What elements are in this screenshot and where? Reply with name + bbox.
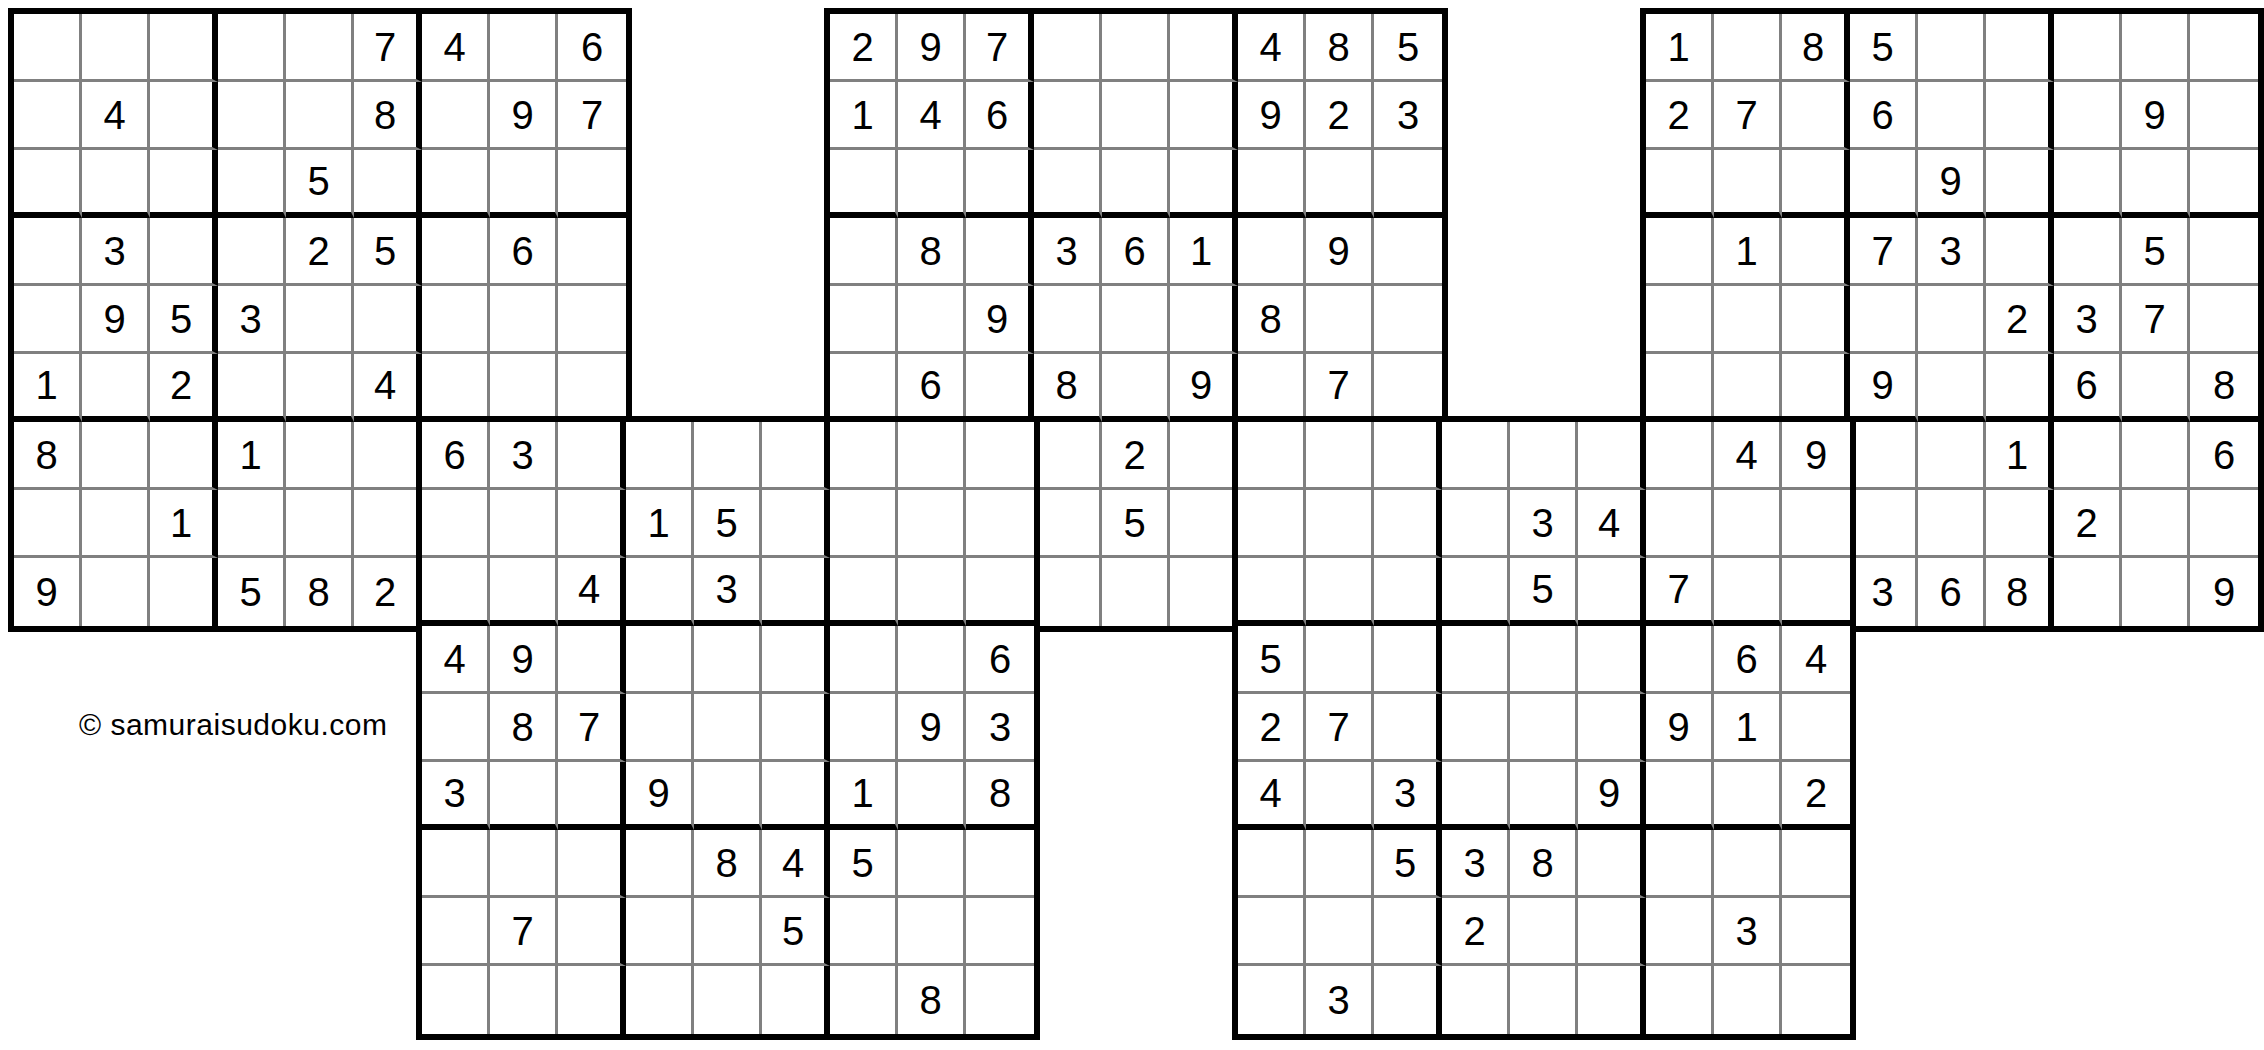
cell-bottom-right-r1c7[interactable]	[1714, 490, 1782, 558]
cell-bottom-left-r6c2[interactable]	[558, 830, 626, 898]
cell-top-middle-r4c1[interactable]	[898, 286, 966, 354]
cell-top-left-r1c0[interactable]	[14, 82, 82, 150]
cell-bottom-right-r4c7: 1	[1714, 694, 1782, 762]
cell-top-right-r5c5[interactable]	[1986, 354, 2054, 422]
cell-bottom-left-r1c6[interactable]	[830, 490, 898, 558]
cell-bottom-left-r5c3: 9	[626, 762, 694, 830]
cell-top-left-r3c6[interactable]	[422, 218, 490, 286]
cell-bottom-right-r1c1[interactable]	[1306, 490, 1374, 558]
cell-bottom-right-r8c2[interactable]	[1374, 966, 1442, 1034]
cell-top-left-r0c0[interactable]	[14, 14, 82, 82]
cell-bottom-left-r8c5[interactable]	[762, 966, 830, 1034]
cell-bottom-left-r5c2[interactable]	[558, 762, 626, 830]
cell-top-left-r5c6[interactable]	[422, 354, 490, 422]
cell-bottom-left-r1c7[interactable]	[898, 490, 966, 558]
cell-bottom-right-r0c3[interactable]	[1442, 422, 1510, 490]
cell-top-middle-r2c0[interactable]	[830, 150, 898, 218]
cell-top-left-r6c2[interactable]	[150, 422, 218, 490]
cell-bottom-right-r6c6[interactable]	[1646, 830, 1714, 898]
cell-top-left-r2c2[interactable]	[150, 150, 218, 218]
cell-bottom-right-r8c5[interactable]	[1578, 966, 1646, 1034]
cell-bottom-right-r1c3[interactable]	[1442, 490, 1510, 558]
cell-bottom-left-r4c1: 8	[490, 694, 558, 762]
cell-top-middle-r3c1: 8	[898, 218, 966, 286]
cell-bottom-left-r8c1[interactable]	[490, 966, 558, 1034]
cell-top-right-r0c4[interactable]	[1918, 14, 1986, 82]
cell-bottom-right-r4c2[interactable]	[1374, 694, 1442, 762]
cell-top-right-r6c6[interactable]	[2054, 422, 2122, 490]
cell-top-right-r3c8[interactable]	[2190, 218, 2258, 286]
cell-top-right-r0c0: 1	[1646, 14, 1714, 82]
cell-top-right-r2c5[interactable]	[1986, 150, 2054, 218]
cell-bottom-left-r5c1[interactable]	[490, 762, 558, 830]
cell-bottom-right-r2c1[interactable]	[1306, 558, 1374, 626]
cell-bottom-left-r6c0[interactable]	[422, 830, 490, 898]
cell-bottom-left-r7c4[interactable]	[694, 898, 762, 966]
cell-bottom-left-r3c2[interactable]	[558, 626, 626, 694]
cell-bottom-right-r0c5[interactable]	[1578, 422, 1646, 490]
cell-bottom-right-r5c1[interactable]	[1306, 762, 1374, 830]
cell-top-middle-r1c7: 2	[1306, 82, 1374, 150]
cell-top-middle-r1c3[interactable]	[1034, 82, 1102, 150]
cell-top-right-r5c0[interactable]	[1646, 354, 1714, 422]
cell-bottom-left-r4c0[interactable]	[422, 694, 490, 762]
cell-bottom-left-r2c1[interactable]	[490, 558, 558, 626]
cell-bottom-right-r4c8[interactable]	[1782, 694, 1850, 762]
cell-bottom-left-r4c7: 9	[898, 694, 966, 762]
cell-top-left-r3c0[interactable]	[14, 218, 82, 286]
cell-top-right-r6c5: 1	[1986, 422, 2054, 490]
cell-top-left-r5c7[interactable]	[490, 354, 558, 422]
cell-bottom-right-r4c3[interactable]	[1442, 694, 1510, 762]
cell-top-right-r7c5[interactable]	[1986, 490, 2054, 558]
cell-top-right-r1c5[interactable]	[1986, 82, 2054, 150]
cell-bottom-right-r3c4[interactable]	[1510, 626, 1578, 694]
cell-bottom-left-r0c1: 3	[490, 422, 558, 490]
cell-bottom-left-r8c8[interactable]	[966, 966, 1034, 1034]
cell-top-middle-r3c5: 1	[1170, 218, 1238, 286]
cell-bottom-left-r1c2[interactable]	[558, 490, 626, 558]
cell-top-left-r0c7[interactable]	[490, 14, 558, 82]
cell-top-right-r0c8[interactable]	[2190, 14, 2258, 82]
cell-top-middle-r4c4[interactable]	[1102, 286, 1170, 354]
cell-top-middle-r0c1: 9	[898, 14, 966, 82]
cell-top-middle-r2c2[interactable]	[966, 150, 1034, 218]
cell-bottom-right-r7c6[interactable]	[1646, 898, 1714, 966]
cell-bottom-right-r3c8: 4	[1782, 626, 1850, 694]
cell-bottom-left-r2c3[interactable]	[626, 558, 694, 626]
cell-bottom-left-r4c3[interactable]	[626, 694, 694, 762]
cell-bottom-right-r5c6[interactable]	[1646, 762, 1714, 830]
cell-top-middle-r0c5[interactable]	[1170, 14, 1238, 82]
cell-top-middle-r2c4[interactable]	[1102, 150, 1170, 218]
cell-top-right-r4c2[interactable]	[1782, 286, 1850, 354]
cell-top-left-r2c7[interactable]	[490, 150, 558, 218]
cell-top-middle-r5c2[interactable]	[966, 354, 1034, 422]
cell-bottom-right-r5c5: 9	[1578, 762, 1646, 830]
cell-top-right-r8c7[interactable]	[2122, 558, 2190, 626]
cell-top-left-r0c2[interactable]	[150, 14, 218, 82]
cell-bottom-right-r1c2[interactable]	[1374, 490, 1442, 558]
cell-bottom-left-r2c8[interactable]	[966, 558, 1034, 626]
cell-top-left-r7c3[interactable]	[218, 490, 286, 558]
cell-top-left-r0c1[interactable]	[82, 14, 150, 82]
cell-bottom-right-r7c5[interactable]	[1578, 898, 1646, 966]
cell-bottom-right-r7c0[interactable]	[1238, 898, 1306, 966]
cell-top-right-r2c2[interactable]	[1782, 150, 1850, 218]
cell-top-middle-r4c2: 9	[966, 286, 1034, 354]
cell-top-left-r3c4: 2	[286, 218, 354, 286]
cell-bottom-right-r0c2[interactable]	[1374, 422, 1442, 490]
cell-top-middle-r4c3[interactable]	[1034, 286, 1102, 354]
cell-top-middle-r5c8[interactable]	[1374, 354, 1442, 422]
cell-top-right-r8c6[interactable]	[2054, 558, 2122, 626]
cell-top-middle-r0c4[interactable]	[1102, 14, 1170, 82]
cell-bottom-right-r2c2[interactable]	[1374, 558, 1442, 626]
cell-top-right-r8c3: 3	[1850, 558, 1918, 626]
cell-bottom-right-r4c4[interactable]	[1510, 694, 1578, 762]
cell-top-right-r8c8: 9	[2190, 558, 2258, 626]
cell-bottom-left-r6c5: 4	[762, 830, 830, 898]
cell-bottom-left-r6c4: 8	[694, 830, 762, 898]
cell-bottom-left-r2c4: 3	[694, 558, 762, 626]
cell-bottom-left-r1c8[interactable]	[966, 490, 1034, 558]
cell-top-right-r5c8: 8	[2190, 354, 2258, 422]
cell-top-left-r2c4: 5	[286, 150, 354, 218]
cell-bottom-left-r4c6[interactable]	[830, 694, 898, 762]
cell-top-left-r6c0: 8	[14, 422, 82, 490]
cell-bottom-left-r6c1[interactable]	[490, 830, 558, 898]
cell-top-right-r7c8[interactable]	[2190, 490, 2258, 558]
cell-bottom-right-r3c6[interactable]	[1646, 626, 1714, 694]
cell-bottom-right-r8c0[interactable]	[1238, 966, 1306, 1034]
cell-top-middle-r4c8[interactable]	[1374, 286, 1442, 354]
cell-top-middle-r3c8[interactable]	[1374, 218, 1442, 286]
cell-top-left-r7c5[interactable]	[354, 490, 422, 558]
cell-bottom-left-r8c3[interactable]	[626, 966, 694, 1034]
cell-top-middle-r3c2[interactable]	[966, 218, 1034, 286]
cell-top-right-r0c2: 8	[1782, 14, 1850, 82]
cell-top-middle-r5c7: 7	[1306, 354, 1374, 422]
cell-top-middle-r1c1: 4	[898, 82, 966, 150]
cell-top-middle-r2c6[interactable]	[1238, 150, 1306, 218]
cell-bottom-left-r8c4[interactable]	[694, 966, 762, 1034]
cell-top-right-r0c6[interactable]	[2054, 14, 2122, 82]
cell-top-left-r5c8[interactable]	[558, 354, 626, 422]
cell-bottom-left-r6c7[interactable]	[898, 830, 966, 898]
cell-top-right-r4c0[interactable]	[1646, 286, 1714, 354]
cell-bottom-left-r0c8[interactable]	[966, 422, 1034, 490]
cell-top-left-r1c6[interactable]	[422, 82, 490, 150]
cell-top-right-r2c6[interactable]	[2054, 150, 2122, 218]
cell-top-left-r4c0[interactable]	[14, 286, 82, 354]
cell-bottom-left-r3c3[interactable]	[626, 626, 694, 694]
cell-top-right-r4c3[interactable]	[1850, 286, 1918, 354]
cell-top-left-r2c5[interactable]	[354, 150, 422, 218]
cell-bottom-right-r6c1[interactable]	[1306, 830, 1374, 898]
cell-top-left-r4c4[interactable]	[286, 286, 354, 354]
cell-bottom-left-r4c4[interactable]	[694, 694, 762, 762]
cell-top-right-r1c4[interactable]	[1918, 82, 1986, 150]
cell-bottom-right-r3c5[interactable]	[1578, 626, 1646, 694]
cell-bottom-left-r3c6[interactable]	[830, 626, 898, 694]
cell-bottom-right-r0c4[interactable]	[1510, 422, 1578, 490]
cell-top-right-r0c7[interactable]	[2122, 14, 2190, 82]
cell-bottom-right-r7c2[interactable]	[1374, 898, 1442, 966]
cell-top-right-r2c4: 9	[1918, 150, 1986, 218]
cell-bottom-left-r2c5[interactable]	[762, 558, 830, 626]
cell-top-left-r8c2[interactable]	[150, 558, 218, 626]
cell-top-left-r1c4[interactable]	[286, 82, 354, 150]
cell-bottom-right-r5c7[interactable]	[1714, 762, 1782, 830]
cell-top-left-r6c1[interactable]	[82, 422, 150, 490]
cell-top-right-r3c2[interactable]	[1782, 218, 1850, 286]
cell-top-left-r1c2[interactable]	[150, 82, 218, 150]
cell-top-left-r1c3[interactable]	[218, 82, 286, 150]
cell-bottom-right-r6c0[interactable]	[1238, 830, 1306, 898]
cell-bottom-right-r3c3[interactable]	[1442, 626, 1510, 694]
cell-top-middle-r8c5[interactable]	[1170, 558, 1238, 626]
cell-top-left-r0c3[interactable]	[218, 14, 286, 82]
cell-top-left-r5c3[interactable]	[218, 354, 286, 422]
cell-top-left-r2c0[interactable]	[14, 150, 82, 218]
cell-top-middle-r2c1[interactable]	[898, 150, 966, 218]
cell-bottom-right-r5c4[interactable]	[1510, 762, 1578, 830]
cell-top-left-r2c6[interactable]	[422, 150, 490, 218]
cell-bottom-right-r0c7: 4	[1714, 422, 1782, 490]
cell-bottom-left-r5c7[interactable]	[898, 762, 966, 830]
cell-top-right-r5c2[interactable]	[1782, 354, 1850, 422]
cell-bottom-left-r7c2[interactable]	[558, 898, 626, 966]
cell-bottom-left-r6c8[interactable]	[966, 830, 1034, 898]
cell-bottom-right-r0c1[interactable]	[1306, 422, 1374, 490]
cell-top-right-r0c1[interactable]	[1714, 14, 1782, 82]
cell-bottom-right-r8c6[interactable]	[1646, 966, 1714, 1034]
cell-bottom-right-r7c7: 3	[1714, 898, 1782, 966]
cell-bottom-left-r7c5: 5	[762, 898, 830, 966]
cell-top-middle-r4c5[interactable]	[1170, 286, 1238, 354]
cell-bottom-right-r3c1[interactable]	[1306, 626, 1374, 694]
cell-bottom-left-r7c8[interactable]	[966, 898, 1034, 966]
cell-top-middle-r7c3[interactable]	[1034, 490, 1102, 558]
cell-top-middle-r0c6: 4	[1238, 14, 1306, 82]
cell-bottom-left-r8c2[interactable]	[558, 966, 626, 1034]
cell-bottom-left-r5c4[interactable]	[694, 762, 762, 830]
cell-top-middle-r6c5[interactable]	[1170, 422, 1238, 490]
cell-bottom-right-r0c6[interactable]	[1646, 422, 1714, 490]
cell-bottom-left-r1c5[interactable]	[762, 490, 830, 558]
cell-top-middle-r3c6[interactable]	[1238, 218, 1306, 286]
cell-bottom-right-r6c2: 5	[1374, 830, 1442, 898]
cell-bottom-left-r2c6[interactable]	[830, 558, 898, 626]
cell-bottom-left-r8c6[interactable]	[830, 966, 898, 1034]
cell-top-middle-r2c5[interactable]	[1170, 150, 1238, 218]
cell-bottom-left-r7c0[interactable]	[422, 898, 490, 966]
cell-bottom-left-r2c7[interactable]	[898, 558, 966, 626]
cell-top-right-r2c7[interactable]	[2122, 150, 2190, 218]
cell-top-middle-r2c3[interactable]	[1034, 150, 1102, 218]
cell-top-right-r1c1: 7	[1714, 82, 1782, 150]
cell-bottom-left-r8c0[interactable]	[422, 966, 490, 1034]
cell-top-middle-r5c6[interactable]	[1238, 354, 1306, 422]
cell-top-left-r4c6[interactable]	[422, 286, 490, 354]
cell-bottom-right-r7c4[interactable]	[1510, 898, 1578, 966]
cell-top-left-r6c4[interactable]	[286, 422, 354, 490]
cell-bottom-right-r8c8[interactable]	[1782, 966, 1850, 1034]
cell-top-right-r0c5[interactable]	[1986, 14, 2054, 82]
cell-top-right-r3c0[interactable]	[1646, 218, 1714, 286]
cell-top-left-r4c7[interactable]	[490, 286, 558, 354]
cell-bottom-left-r3c5[interactable]	[762, 626, 830, 694]
cell-bottom-left-r1c0[interactable]	[422, 490, 490, 558]
cell-top-right-r5c1[interactable]	[1714, 354, 1782, 422]
cell-top-middle-r4c0[interactable]	[830, 286, 898, 354]
cell-bottom-left-r0c4[interactable]	[694, 422, 762, 490]
cell-top-right-r7c6: 2	[2054, 490, 2122, 558]
cell-top-left-r5c1[interactable]	[82, 354, 150, 422]
cell-top-left-r2c8[interactable]	[558, 150, 626, 218]
cell-bottom-left-r0c7[interactable]	[898, 422, 966, 490]
cell-top-middle-r1c5[interactable]	[1170, 82, 1238, 150]
cell-top-left-r3c8[interactable]	[558, 218, 626, 286]
cell-bottom-left-r6c3[interactable]	[626, 830, 694, 898]
cell-bottom-right-r7c1[interactable]	[1306, 898, 1374, 966]
cell-top-middle-r5c0[interactable]	[830, 354, 898, 422]
cell-bottom-left-r4c5[interactable]	[762, 694, 830, 762]
cell-top-right-r3c4: 3	[1918, 218, 1986, 286]
cell-top-middle-r0c3[interactable]	[1034, 14, 1102, 82]
cell-top-middle-r3c0[interactable]	[830, 218, 898, 286]
cell-bottom-left-r0c6[interactable]	[830, 422, 898, 490]
cell-bottom-left-r1c1[interactable]	[490, 490, 558, 558]
cell-top-right-r5c6: 6	[2054, 354, 2122, 422]
cell-bottom-right-r6c3: 3	[1442, 830, 1510, 898]
cell-top-right-r6c3[interactable]	[1850, 422, 1918, 490]
cell-top-left-r3c3[interactable]	[218, 218, 286, 286]
cell-top-middle-r1c6: 9	[1238, 82, 1306, 150]
cell-top-right-r3c5[interactable]	[1986, 218, 2054, 286]
cell-bottom-right-r2c7[interactable]	[1714, 558, 1782, 626]
cell-bottom-left-r5c5[interactable]	[762, 762, 830, 830]
cell-top-left-r6c5[interactable]	[354, 422, 422, 490]
cell-top-left-r1c5: 8	[354, 82, 422, 150]
cell-top-middle-r4c7[interactable]	[1306, 286, 1374, 354]
cell-bottom-right-r6c5[interactable]	[1578, 830, 1646, 898]
cell-bottom-left-r7c3[interactable]	[626, 898, 694, 966]
cell-bottom-right-r8c4[interactable]	[1510, 966, 1578, 1034]
cell-top-left-r7c1[interactable]	[82, 490, 150, 558]
cell-bottom-right-r2c8[interactable]	[1782, 558, 1850, 626]
cell-top-right-r5c7[interactable]	[2122, 354, 2190, 422]
cell-top-right-r8c5: 8	[1986, 558, 2054, 626]
cell-bottom-right-r7c8[interactable]	[1782, 898, 1850, 966]
cell-bottom-right-r0c0[interactable]	[1238, 422, 1306, 490]
cell-top-left-r2c1[interactable]	[82, 150, 150, 218]
cell-top-right-r2c8[interactable]	[2190, 150, 2258, 218]
cell-top-left-r1c7: 9	[490, 82, 558, 150]
cell-bottom-right-r2c5[interactable]	[1578, 558, 1646, 626]
cell-top-middle-r7c5[interactable]	[1170, 490, 1238, 558]
cell-top-left-r5c4[interactable]	[286, 354, 354, 422]
cell-top-right-r4c4[interactable]	[1918, 286, 1986, 354]
cell-bottom-right-r3c2[interactable]	[1374, 626, 1442, 694]
cell-top-middle-r5c4[interactable]	[1102, 354, 1170, 422]
cell-top-middle-r8c3[interactable]	[1034, 558, 1102, 626]
cell-top-middle-r1c8: 3	[1374, 82, 1442, 150]
cell-top-middle-r2c7[interactable]	[1306, 150, 1374, 218]
cell-bottom-left-r0c0: 6	[422, 422, 490, 490]
cell-top-right-r6c7[interactable]	[2122, 422, 2190, 490]
cell-top-left-r4c5[interactable]	[354, 286, 422, 354]
cell-top-middle-r8c4[interactable]	[1102, 558, 1170, 626]
cell-top-right-r7c4[interactable]	[1918, 490, 1986, 558]
cell-top-middle-r6c3[interactable]	[1034, 422, 1102, 490]
cell-top-right-r2c0[interactable]	[1646, 150, 1714, 218]
cell-top-right-r1c8[interactable]	[2190, 82, 2258, 150]
cell-top-right-r7c7[interactable]	[2122, 490, 2190, 558]
cell-top-right-r1c6[interactable]	[2054, 82, 2122, 150]
cell-bottom-right-r1c6[interactable]	[1646, 490, 1714, 558]
cell-bottom-right-r8c7[interactable]	[1714, 966, 1782, 1034]
cell-top-left-r3c2[interactable]	[150, 218, 218, 286]
cell-top-right-r7c3[interactable]	[1850, 490, 1918, 558]
cell-top-left-r4c8[interactable]	[558, 286, 626, 354]
samurai-sudoku-board: 7464897532569531248163195824297485146923…	[0, 0, 2264, 1050]
cell-bottom-left-r3c7[interactable]	[898, 626, 966, 694]
cell-top-left-r8c5: 2	[354, 558, 422, 626]
cell-top-right-r6c8: 6	[2190, 422, 2258, 490]
cell-bottom-left-r7c6[interactable]	[830, 898, 898, 966]
cell-top-right-r6c4[interactable]	[1918, 422, 1986, 490]
cell-top-middle-r1c4[interactable]	[1102, 82, 1170, 150]
cell-bottom-right-r8c3[interactable]	[1442, 966, 1510, 1034]
cell-top-left-r7c4[interactable]	[286, 490, 354, 558]
cell-bottom-left-r7c7[interactable]	[898, 898, 966, 966]
cell-top-right-r4c8[interactable]	[2190, 286, 2258, 354]
cell-bottom-right-r1c4: 3	[1510, 490, 1578, 558]
cell-bottom-right-r2c0[interactable]	[1238, 558, 1306, 626]
cell-bottom-left-r3c4[interactable]	[694, 626, 762, 694]
cell-bottom-right-r1c0[interactable]	[1238, 490, 1306, 558]
cell-bottom-right-r5c3[interactable]	[1442, 762, 1510, 830]
cell-bottom-right-r6c8[interactable]	[1782, 830, 1850, 898]
cell-bottom-left-r0c5[interactable]	[762, 422, 830, 490]
cell-top-right-r4c1[interactable]	[1714, 286, 1782, 354]
cell-bottom-right-r3c0: 5	[1238, 626, 1306, 694]
cell-bottom-right-r4c5[interactable]	[1578, 694, 1646, 762]
cell-bottom-left-r2c2: 4	[558, 558, 626, 626]
cell-top-left-r8c1[interactable]	[82, 558, 150, 626]
cell-top-left-r2c3[interactable]	[218, 150, 286, 218]
cell-top-left-r8c4: 8	[286, 558, 354, 626]
cell-bottom-right-r6c7[interactable]	[1714, 830, 1782, 898]
cell-bottom-right-r1c8[interactable]	[1782, 490, 1850, 558]
cell-top-left-r4c2: 5	[150, 286, 218, 354]
cell-bottom-left-r0c2[interactable]	[558, 422, 626, 490]
cell-top-left-r7c0[interactable]	[14, 490, 82, 558]
cell-top-right-r2c3[interactable]	[1850, 150, 1918, 218]
cell-top-right-r3c6[interactable]	[2054, 218, 2122, 286]
cell-top-right-r1c2[interactable]	[1782, 82, 1850, 150]
cell-bottom-left-r4c8: 3	[966, 694, 1034, 762]
cell-top-middle-r2c8[interactable]	[1374, 150, 1442, 218]
cell-bottom-left-r2c0[interactable]	[422, 558, 490, 626]
cell-bottom-right-r2c3[interactable]	[1442, 558, 1510, 626]
cell-top-right-r5c4[interactable]	[1918, 354, 1986, 422]
cell-top-right-r2c1[interactable]	[1714, 150, 1782, 218]
cell-top-left-r0c4[interactable]	[286, 14, 354, 82]
cell-bottom-left-r0c3[interactable]	[626, 422, 694, 490]
